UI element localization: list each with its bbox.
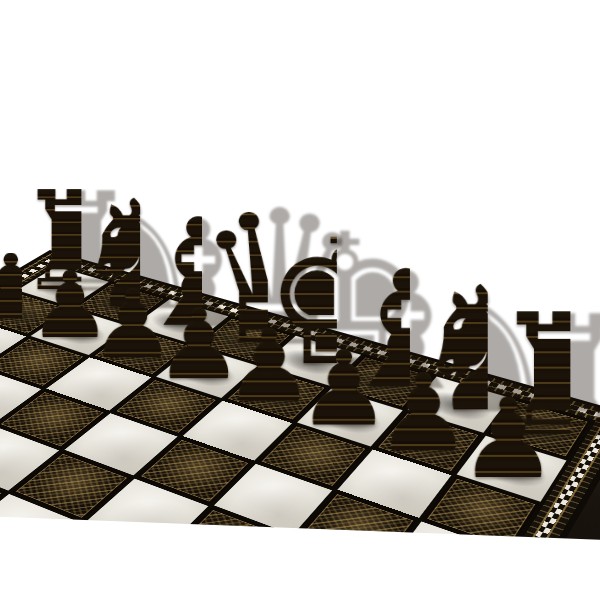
chess-set-product-photo: ♜♞♝♛♚♝♞♜♟♟♟♟♟♟♟♟ <box>0 0 600 600</box>
piece-black-pawn[interactable]: ♟ <box>375 372 458 456</box>
piece-black-pawn[interactable]: ♟ <box>90 288 163 362</box>
piece-black-pawn[interactable]: ♟ <box>224 327 302 406</box>
piece-black-pawn[interactable]: ♟ <box>155 307 231 383</box>
square-h7[interactable]: ♟ <box>457 436 567 502</box>
piece-black-pawn[interactable]: ♟ <box>459 397 545 483</box>
piece-black-pawn[interactable]: ♟ <box>297 349 377 430</box>
